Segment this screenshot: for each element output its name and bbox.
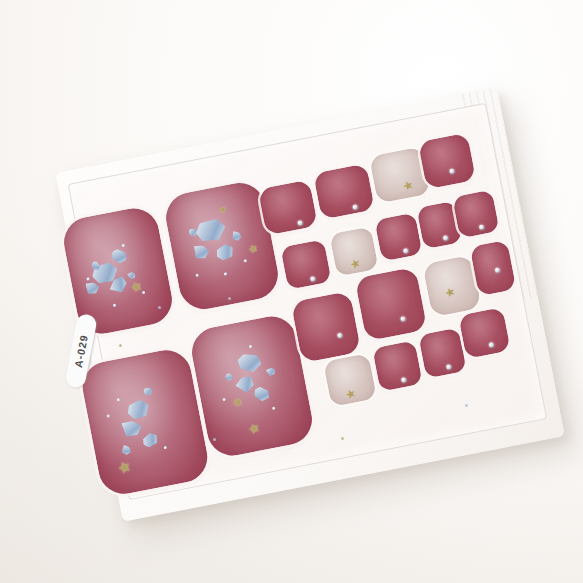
gold-star-sequin: ★ — [230, 394, 245, 409]
rhinestone — [446, 364, 452, 370]
beige-small-nail-sticker: ★ — [329, 226, 378, 276]
foil-flake — [120, 420, 141, 437]
gold-star-sequin: ★ — [218, 204, 229, 216]
foil-flake — [237, 353, 261, 371]
glitter-speck — [243, 259, 247, 263]
gold-star-sequin: ★ — [402, 178, 416, 192]
glitter-speck — [164, 446, 168, 450]
rose-small-nail-sticker — [258, 179, 318, 235]
glitter-speck — [87, 277, 91, 281]
gold-star-sequin: ★ — [349, 257, 363, 271]
foil-flake — [253, 386, 272, 404]
glitter-speck — [106, 414, 110, 418]
foil-flake — [109, 248, 128, 266]
foil-flake — [266, 367, 276, 377]
foil-flake — [143, 387, 153, 397]
gold-star-sequin: ★ — [246, 420, 262, 437]
glitter-speck — [465, 404, 468, 407]
gold-star-sequin: ★ — [344, 387, 358, 401]
foil-flake — [230, 230, 243, 243]
beige-small-nail-sticker: ★ — [323, 353, 377, 407]
rose-small-nail-sticker — [313, 163, 375, 219]
rose-small-nail-sticker — [452, 190, 499, 239]
glitter-speck — [249, 345, 253, 349]
rhinestone — [352, 204, 358, 210]
rhinestone — [443, 235, 449, 241]
glitter-speck — [272, 407, 276, 411]
glitter-speck — [224, 272, 228, 276]
rhinestone — [310, 276, 316, 282]
glitter-speck — [213, 438, 216, 441]
foil-flake — [119, 444, 132, 457]
rhinestone — [298, 220, 304, 226]
foil-flake — [124, 396, 152, 423]
glitter-speck — [121, 244, 125, 248]
rose-small-nail-sticker — [280, 239, 331, 290]
gold-star-sequin: ★ — [246, 242, 260, 256]
product-photo: A-029 ★★★★★★★★★★ — [0, 0, 583, 583]
rhinestone — [337, 333, 343, 339]
foil-flake — [84, 281, 100, 295]
rose-small-nail-sticker — [418, 327, 467, 378]
rose-small-nail-sticker — [354, 267, 427, 342]
glitter-speck — [228, 297, 231, 300]
stickers-layer: ★★★★★★★★★★ — [0, 0, 583, 583]
rose-small-nail-sticker — [374, 212, 422, 261]
rhinestone — [494, 267, 500, 273]
gold-star-sequin: ★ — [115, 457, 134, 476]
rose-small-nail-sticker — [458, 307, 511, 359]
glitter-speck — [341, 437, 344, 440]
glitter-speck — [119, 344, 122, 347]
gold-star-sequin: ★ — [443, 286, 457, 300]
product-code-text: A-029 — [72, 333, 90, 368]
foil-flake — [193, 216, 229, 247]
foil-flake — [234, 373, 257, 396]
glitter-speck — [113, 303, 117, 307]
large-nail-sticker: ★ — [78, 346, 212, 499]
glitter-speck — [117, 398, 121, 402]
foil-flake — [223, 372, 234, 382]
rose-small-nail-sticker — [291, 291, 362, 363]
foil-flake — [191, 244, 210, 261]
rhinestone — [449, 168, 455, 174]
rhinestone — [402, 248, 408, 254]
rhinestone — [489, 342, 495, 348]
rose-small-nail-sticker — [372, 340, 423, 391]
rhinestone — [400, 316, 406, 322]
glitter-speck — [195, 273, 199, 277]
rhinestone — [401, 378, 407, 384]
rose-small-nail-sticker — [418, 133, 476, 190]
foil-flake — [188, 228, 197, 237]
rhinestone — [479, 224, 485, 230]
glitter-speck — [223, 398, 227, 402]
glitter-speck — [158, 306, 161, 309]
foil-flake — [214, 241, 237, 264]
foil-flake — [140, 430, 160, 451]
